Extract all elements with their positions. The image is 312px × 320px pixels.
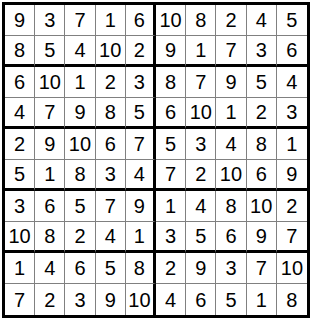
cell-r2c5: 2 <box>126 36 156 67</box>
cell-r2c3: 4 <box>65 36 95 67</box>
cell-r8c6: 3 <box>156 222 186 253</box>
cell-r5c8: 4 <box>216 129 246 160</box>
cell-r9c9: 7 <box>247 253 277 284</box>
cell-r3c5: 3 <box>126 67 156 98</box>
cell-r10c8: 5 <box>216 284 246 315</box>
cell-r8c9: 9 <box>247 222 277 253</box>
cell-r6c6: 7 <box>156 160 186 191</box>
cell-r8c10: 7 <box>277 222 307 253</box>
cell-r1c9: 4 <box>247 5 277 36</box>
cell-r6c1: 5 <box>5 160 35 191</box>
cell-r2c4: 10 <box>96 36 126 67</box>
cell-r1c7: 8 <box>186 5 216 36</box>
cell-r2c6: 9 <box>156 36 186 67</box>
cell-r9c7: 9 <box>186 253 216 284</box>
cell-r2c1: 8 <box>5 36 35 67</box>
cell-r2c9: 3 <box>247 36 277 67</box>
cell-r1c2: 3 <box>35 5 65 36</box>
cell-r9c3: 6 <box>65 253 95 284</box>
cell-r7c8: 8 <box>216 191 246 222</box>
cell-r2c2: 5 <box>35 36 65 67</box>
cell-r3c2: 10 <box>35 67 65 98</box>
cell-r7c6: 1 <box>156 191 186 222</box>
cell-r5c3: 10 <box>65 129 95 160</box>
cell-r10c1: 7 <box>5 284 35 315</box>
cell-r5c9: 8 <box>247 129 277 160</box>
cell-r1c6: 10 <box>156 5 186 36</box>
cell-r9c10: 10 <box>277 253 307 284</box>
cell-r9c4: 5 <box>96 253 126 284</box>
cell-r10c6: 4 <box>156 284 186 315</box>
cell-r6c4: 3 <box>96 160 126 191</box>
cell-r1c10: 5 <box>277 5 307 36</box>
cell-r4c3: 9 <box>65 98 95 129</box>
cell-r8c4: 4 <box>96 222 126 253</box>
cell-r10c5: 10 <box>126 284 156 315</box>
cell-r1c3: 7 <box>65 5 95 36</box>
cell-r8c7: 5 <box>186 222 216 253</box>
cell-r6c5: 4 <box>126 160 156 191</box>
cell-r1c4: 1 <box>96 5 126 36</box>
cell-r3c8: 9 <box>216 67 246 98</box>
cell-r5c2: 9 <box>35 129 65 160</box>
cell-r2c7: 1 <box>186 36 216 67</box>
cell-r3c3: 1 <box>65 67 95 98</box>
cell-r7c1: 3 <box>5 191 35 222</box>
cell-r6c7: 2 <box>186 160 216 191</box>
cell-r10c7: 6 <box>186 284 216 315</box>
cell-r5c10: 1 <box>277 129 307 160</box>
cell-r9c1: 1 <box>5 253 35 284</box>
cell-r7c9: 10 <box>247 191 277 222</box>
cell-r9c8: 3 <box>216 253 246 284</box>
cell-r10c3: 3 <box>65 284 95 315</box>
cell-r1c1: 9 <box>5 5 35 36</box>
page: 9371610824585410291736610123879544798561… <box>0 0 312 320</box>
cell-r4c2: 7 <box>35 98 65 129</box>
cell-r8c2: 8 <box>35 222 65 253</box>
cell-r7c5: 9 <box>126 191 156 222</box>
cell-r9c5: 8 <box>126 253 156 284</box>
cell-r9c2: 4 <box>35 253 65 284</box>
cell-r3c9: 5 <box>247 67 277 98</box>
cell-r5c4: 6 <box>96 129 126 160</box>
cell-r4c1: 4 <box>5 98 35 129</box>
cell-r3c6: 8 <box>156 67 186 98</box>
cell-r10c9: 1 <box>247 284 277 315</box>
cell-r3c1: 6 <box>5 67 35 98</box>
cell-r10c2: 2 <box>35 284 65 315</box>
cell-r9c6: 2 <box>156 253 186 284</box>
cell-r3c7: 7 <box>186 67 216 98</box>
cell-r10c4: 9 <box>96 284 126 315</box>
cell-r6c8: 10 <box>216 160 246 191</box>
cell-r7c10: 2 <box>277 191 307 222</box>
cell-r8c5: 1 <box>126 222 156 253</box>
cell-r6c3: 8 <box>65 160 95 191</box>
cell-r5c5: 7 <box>126 129 156 160</box>
cell-r1c5: 6 <box>126 5 156 36</box>
cell-r1c8: 2 <box>216 5 246 36</box>
cell-r6c2: 1 <box>35 160 65 191</box>
cell-r2c8: 7 <box>216 36 246 67</box>
cell-r3c10: 4 <box>277 67 307 98</box>
cell-r8c8: 6 <box>216 222 246 253</box>
cell-r8c3: 2 <box>65 222 95 253</box>
cell-r2c10: 6 <box>277 36 307 67</box>
cell-r5c6: 5 <box>156 129 186 160</box>
cell-r7c4: 7 <box>96 191 126 222</box>
cell-r6c9: 6 <box>247 160 277 191</box>
cell-r10c10: 8 <box>277 284 307 315</box>
cell-r7c7: 4 <box>186 191 216 222</box>
cell-r7c3: 5 <box>65 191 95 222</box>
cell-r4c9: 2 <box>247 98 277 129</box>
sudoku-board: 9371610824585410291736610123879544798561… <box>2 2 310 318</box>
cell-r4c6: 6 <box>156 98 186 129</box>
cell-r7c2: 6 <box>35 191 65 222</box>
cell-r4c5: 5 <box>126 98 156 129</box>
cell-r3c4: 2 <box>96 67 126 98</box>
cell-r4c7: 10 <box>186 98 216 129</box>
cell-r4c10: 3 <box>277 98 307 129</box>
cell-r4c4: 8 <box>96 98 126 129</box>
cell-r4c8: 1 <box>216 98 246 129</box>
cell-r8c1: 10 <box>5 222 35 253</box>
cell-r6c10: 9 <box>277 160 307 191</box>
cell-r5c1: 2 <box>5 129 35 160</box>
cell-r5c7: 3 <box>186 129 216 160</box>
